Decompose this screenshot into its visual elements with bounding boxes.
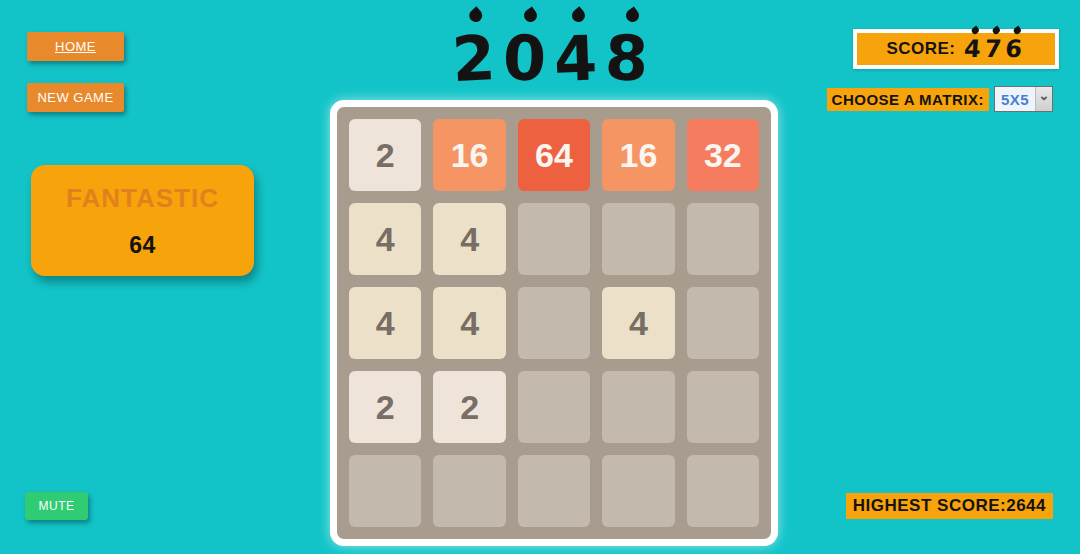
page-title: 2048 [330,22,778,95]
empty-cell [687,455,759,527]
tile-4: 4 [602,287,674,359]
tile-4: 4 [349,287,421,359]
new-game-button-label: NEW GAME [37,90,113,105]
empty-cell [602,371,674,443]
tile-32: 32 [687,119,759,191]
highest-score: HIGHEST SCORE:2644 [846,493,1053,519]
mute-button[interactable]: MUTE [25,492,88,520]
home-button[interactable]: HOME [27,32,124,61]
tile-4: 4 [433,203,505,275]
tile-2: 2 [349,371,421,443]
mute-button-label: MUTE [39,499,75,513]
candle-digit: 2 [450,21,505,97]
new-game-button[interactable]: NEW GAME [27,83,124,112]
candle-digit: 8 [604,21,658,96]
empty-cell [687,287,759,359]
highest-score-label: HIGHEST SCORE: [853,496,1006,515]
board-grid: 2166416324444422 [349,119,759,527]
tile-2: 2 [433,371,505,443]
empty-cell [518,371,590,443]
highest-score-value: 2644 [1006,496,1046,515]
empty-cell [518,203,590,275]
matrix-selected-value: 5X5 [995,87,1035,111]
home-button-label: HOME [55,39,96,54]
achievement-card: FANTASTIC 64 [31,165,254,276]
chevron-down-icon: ⌄ [1035,87,1052,111]
tile-4: 4 [433,287,505,359]
score-label: SCORE: [886,39,955,59]
achievement-message: FANTASTIC [66,183,219,214]
matrix-chooser: CHOOSE A MATRIX: 5X5 ⌄ [827,86,1053,112]
score-panel: SCORE: 476 [857,33,1055,65]
tile-16: 16 [602,119,674,191]
tile-2: 2 [349,119,421,191]
game-board: 2166416324444422 [330,100,778,546]
candle-digit: 4 [963,35,986,63]
matrix-select[interactable]: 5X5 ⌄ [994,86,1053,112]
empty-cell [433,455,505,527]
tile-4: 4 [349,203,421,275]
tile-64: 64 [518,119,590,191]
empty-cell [349,455,421,527]
matrix-label: CHOOSE A MATRIX: [827,88,989,111]
score-box: SCORE: 476 [853,29,1059,69]
candle-digit: 6 [1004,35,1027,63]
empty-cell [518,287,590,359]
achievement-value: 64 [129,232,156,259]
empty-cell [518,455,590,527]
candle-digit: 7 [983,35,1006,63]
empty-cell [687,203,759,275]
empty-cell [602,203,674,275]
score-value: 476 [963,35,1027,63]
candle-digit: 4 [553,21,607,96]
candle-digit: 0 [502,21,556,96]
tile-16: 16 [433,119,505,191]
empty-cell [687,371,759,443]
empty-cell [602,455,674,527]
